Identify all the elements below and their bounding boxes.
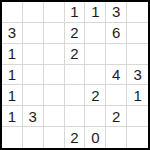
clue-cell-r3c1: 1 xyxy=(2,44,23,65)
puzzle-stage: 1133261214312113220 xyxy=(0,0,150,150)
empty-cell-r7c6[interactable] xyxy=(106,127,127,148)
empty-cell-r6c3[interactable] xyxy=(44,106,65,127)
empty-cell-r4c5[interactable] xyxy=(85,65,106,86)
clue-cell-r2c4: 2 xyxy=(65,23,86,44)
clue-cell-r7c5: 0 xyxy=(85,127,106,148)
empty-cell-r3c5[interactable] xyxy=(85,44,106,65)
empty-cell-r7c3[interactable] xyxy=(44,127,65,148)
empty-cell-r1c3[interactable] xyxy=(44,2,65,23)
empty-cell-r5c2[interactable] xyxy=(23,85,44,106)
empty-cell-r6c7[interactable] xyxy=(127,106,148,127)
clue-cell-r1c6: 3 xyxy=(106,2,127,23)
empty-cell-r6c4[interactable] xyxy=(65,106,86,127)
clue-cell-r5c1: 1 xyxy=(2,85,23,106)
empty-cell-r3c3[interactable] xyxy=(44,44,65,65)
empty-cell-r1c7[interactable] xyxy=(127,2,148,23)
empty-cell-r2c7[interactable] xyxy=(127,23,148,44)
empty-cell-r4c3[interactable] xyxy=(44,65,65,86)
empty-cell-r7c1[interactable] xyxy=(2,127,23,148)
clue-cell-r6c1: 1 xyxy=(2,106,23,127)
clue-cell-r7c4: 2 xyxy=(65,127,86,148)
empty-cell-r6c5[interactable] xyxy=(85,106,106,127)
clue-cell-r5c7: 1 xyxy=(127,85,148,106)
clue-cell-r1c5: 1 xyxy=(85,2,106,23)
clue-cell-r4c7: 3 xyxy=(127,65,148,86)
clue-cell-r5c5: 2 xyxy=(85,85,106,106)
empty-cell-r4c4[interactable] xyxy=(65,65,86,86)
empty-cell-r2c2[interactable] xyxy=(23,23,44,44)
empty-cell-r5c3[interactable] xyxy=(44,85,65,106)
minesweeper-board: 1133261214312113220 xyxy=(0,0,150,150)
empty-cell-r3c6[interactable] xyxy=(106,44,127,65)
empty-cell-r4c2[interactable] xyxy=(23,65,44,86)
clue-cell-r6c2: 3 xyxy=(23,106,44,127)
clue-cell-r4c1: 1 xyxy=(2,65,23,86)
clue-cell-r4c6: 4 xyxy=(106,65,127,86)
empty-cell-r2c3[interactable] xyxy=(44,23,65,44)
empty-cell-r1c1[interactable] xyxy=(2,2,23,23)
empty-cell-r7c7[interactable] xyxy=(127,127,148,148)
clue-cell-r2c1: 3 xyxy=(2,23,23,44)
empty-cell-r2c5[interactable] xyxy=(85,23,106,44)
empty-cell-r1c2[interactable] xyxy=(23,2,44,23)
clue-cell-r1c4: 1 xyxy=(65,2,86,23)
empty-cell-r3c7[interactable] xyxy=(127,44,148,65)
clue-cell-r2c6: 6 xyxy=(106,23,127,44)
clue-cell-r3c4: 2 xyxy=(65,44,86,65)
empty-cell-r3c2[interactable] xyxy=(23,44,44,65)
empty-cell-r5c6[interactable] xyxy=(106,85,127,106)
clue-cell-r6c6: 2 xyxy=(106,106,127,127)
empty-cell-r7c2[interactable] xyxy=(23,127,44,148)
empty-cell-r5c4[interactable] xyxy=(65,85,86,106)
